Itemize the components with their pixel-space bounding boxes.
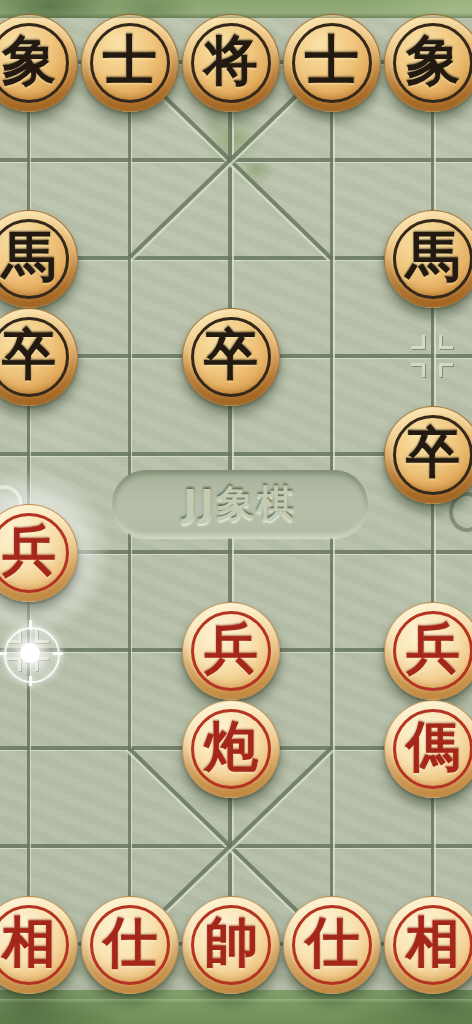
piece-glyph: 将: [204, 34, 258, 88]
reticle-tick: [0, 652, 7, 655]
piece-red-advisor[interactable]: 仕: [283, 896, 381, 994]
piece-black-general[interactable]: 将: [182, 14, 280, 112]
point-marker-bracket: [439, 335, 453, 349]
piece-glyph: 卒: [204, 328, 258, 382]
piece-glyph: 馬: [406, 230, 460, 284]
watermark-text: JJ象棋: [183, 479, 297, 529]
piece-glyph: 馬: [2, 230, 56, 284]
piece-red-cannon[interactable]: 炮: [182, 700, 280, 798]
reticle-tick: [29, 676, 32, 686]
reticle-tick: [29, 620, 32, 630]
piece-red-advisor[interactable]: 仕: [81, 896, 179, 994]
piece-red-horse[interactable]: 傌: [384, 700, 472, 798]
piece-black-soldier[interactable]: 卒: [182, 308, 280, 406]
piece-black-elephant[interactable]: 象: [384, 14, 472, 112]
piece-black-horse[interactable]: 馬: [384, 210, 472, 308]
piece-glyph: 帥: [204, 916, 258, 970]
piece-glyph: 士: [103, 34, 157, 88]
piece-black-soldier[interactable]: 卒: [384, 406, 472, 504]
piece-black-advisor[interactable]: 士: [283, 14, 381, 112]
piece-red-general[interactable]: 帥: [182, 896, 280, 994]
board-top-edge-shadow: [0, 13, 472, 18]
reticle-center-dot: [20, 643, 40, 663]
piece-glyph: 卒: [406, 426, 460, 480]
piece-glyph: 兵: [204, 622, 258, 676]
reticle-tick: [53, 652, 63, 655]
piece-glyph: 相: [2, 916, 56, 970]
piece-glyph: 炮: [204, 720, 258, 774]
point-marker-bracket: [411, 335, 425, 349]
river-logo-plaque: JJ象棋: [112, 470, 368, 538]
piece-glyph: 士: [305, 34, 359, 88]
piece-glyph: 象: [2, 34, 56, 88]
piece-glyph: 兵: [2, 524, 56, 578]
point-marker-bracket: [411, 363, 425, 377]
piece-glyph: 兵: [406, 622, 460, 676]
piece-glyph: 象: [406, 34, 460, 88]
table-bottom-highlight: [0, 999, 472, 1003]
piece-glyph: 相: [406, 916, 460, 970]
piece-glyph: 傌: [406, 720, 460, 774]
point-marker-bracket: [439, 363, 453, 377]
piece-black-advisor[interactable]: 士: [81, 14, 179, 112]
piece-glyph: 卒: [2, 328, 56, 382]
piece-glyph: 仕: [305, 916, 359, 970]
piece-glyph: 仕: [103, 916, 157, 970]
xiangqi-game-screen: JJ象棋 象士将士象馬馬卒卒卒兵兵兵炮傌相仕帥仕相: [0, 0, 472, 1024]
piece-red-soldier[interactable]: 兵: [182, 602, 280, 700]
piece-red-elephant[interactable]: 相: [384, 896, 472, 994]
piece-red-soldier[interactable]: 兵: [384, 602, 472, 700]
